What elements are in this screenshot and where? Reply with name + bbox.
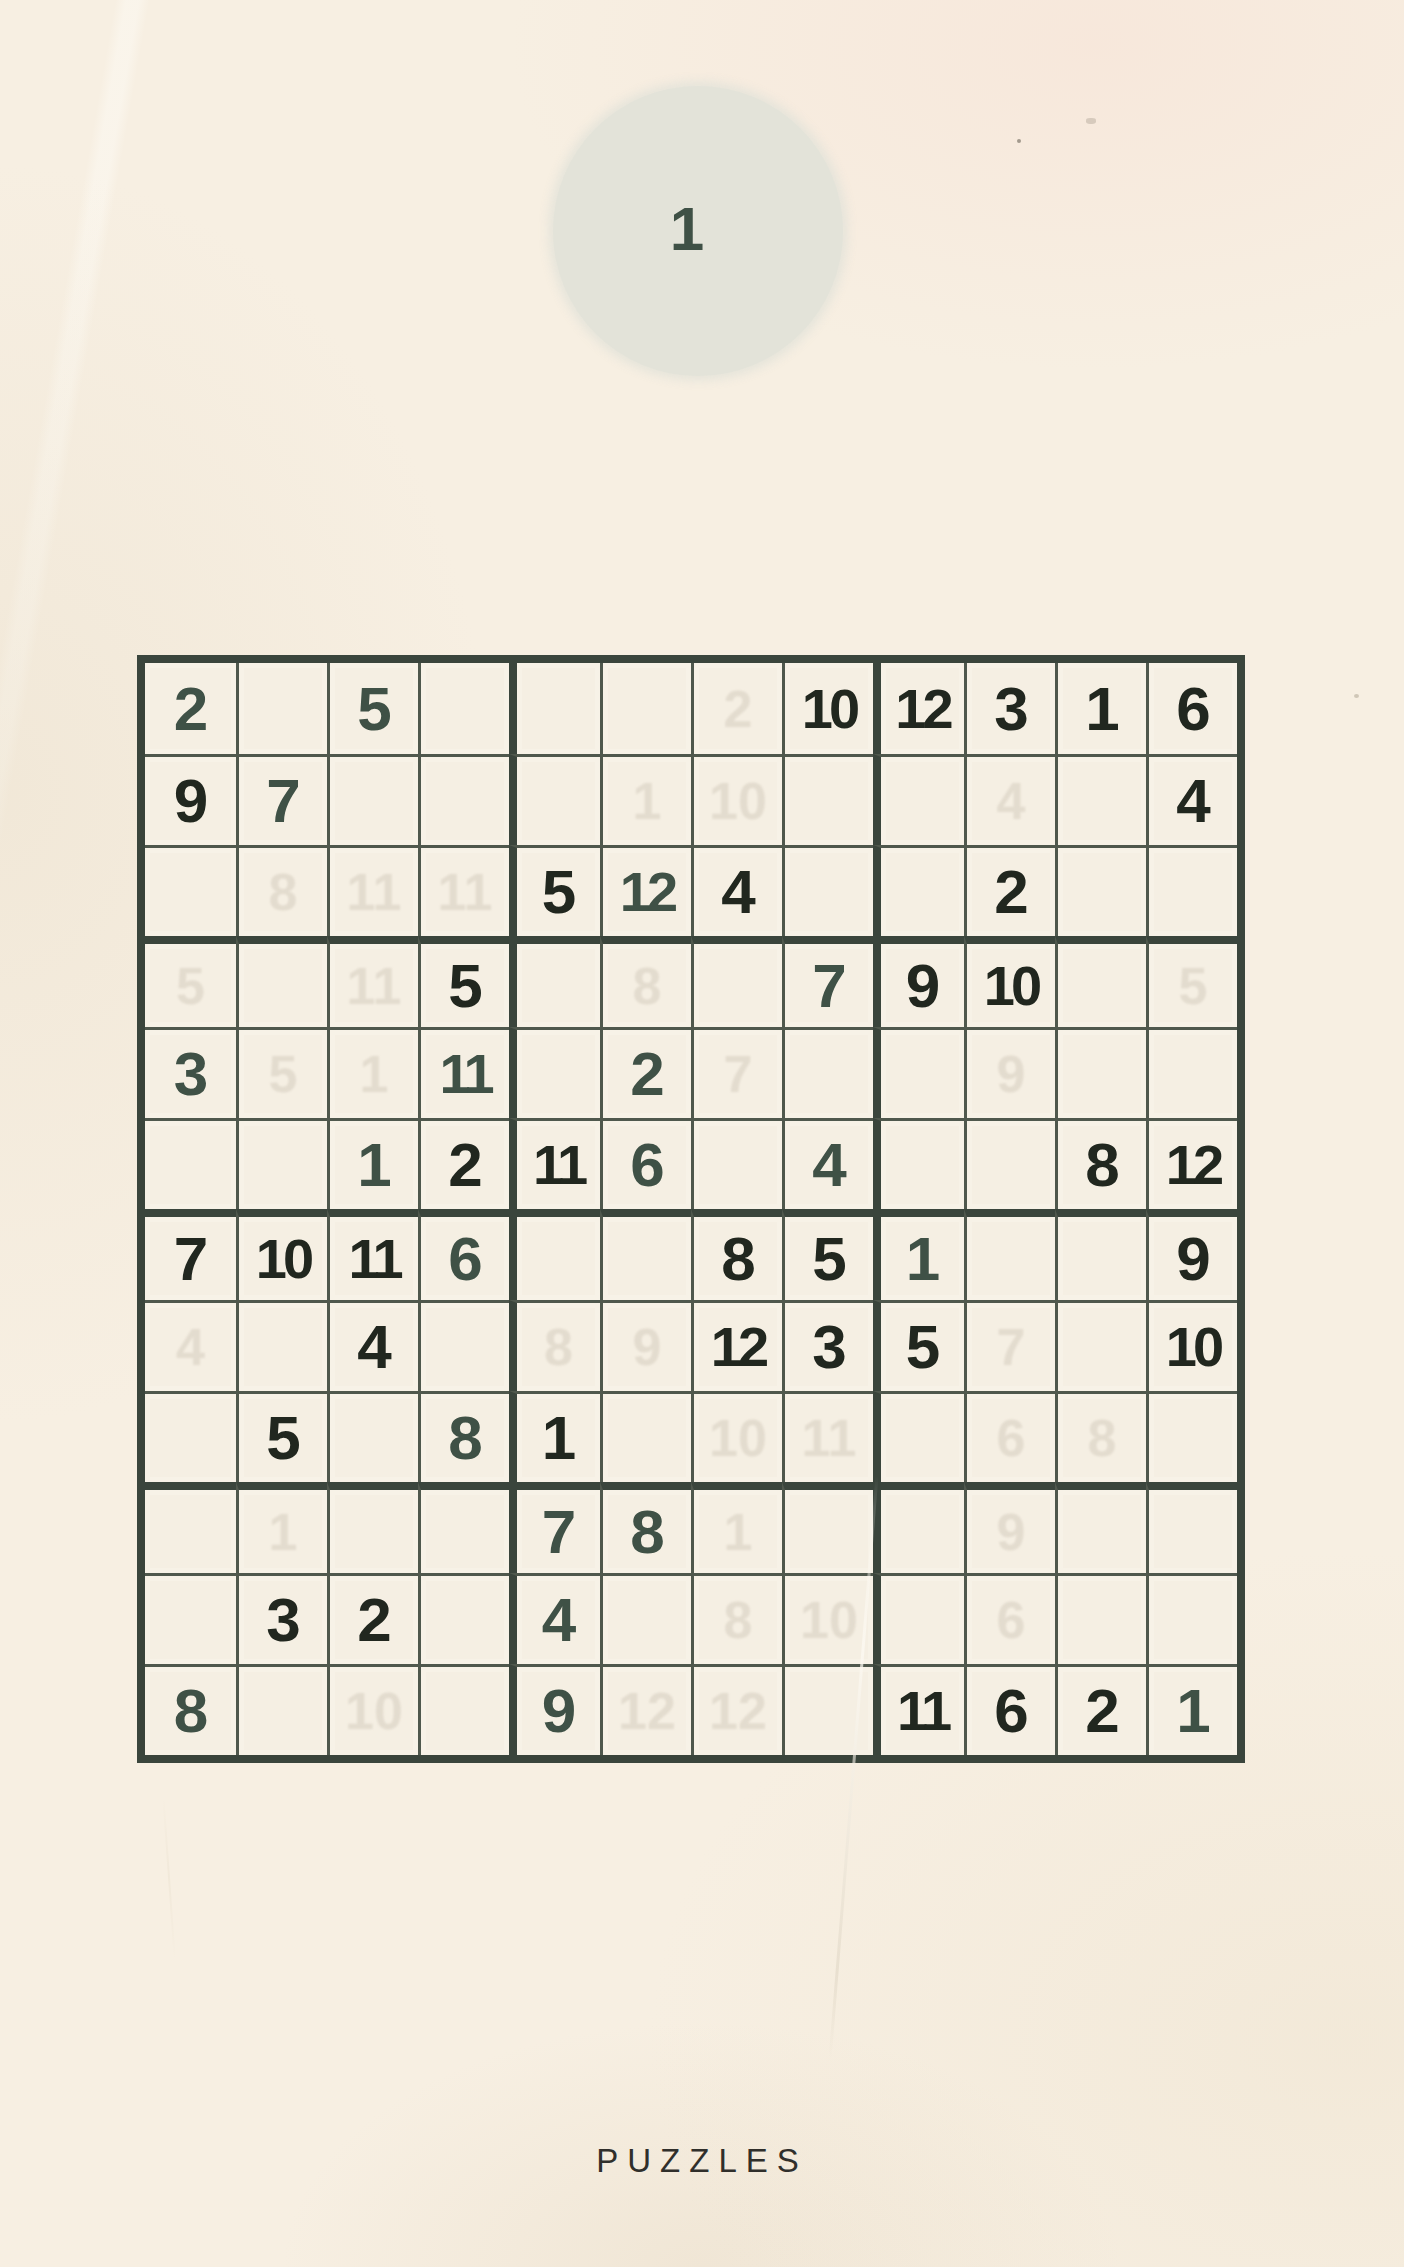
grid-cell[interactable]: 8 bbox=[236, 845, 327, 936]
given-digit: 10 bbox=[1166, 1319, 1220, 1375]
grid-cell[interactable]: 7 bbox=[145, 1209, 236, 1300]
grid-cell[interactable] bbox=[145, 1391, 236, 1482]
bleedthrough-mark: 1 bbox=[239, 1490, 327, 1573]
grid-cell[interactable]: 8 bbox=[691, 1209, 782, 1300]
grid-cell[interactable] bbox=[782, 1482, 873, 1573]
given-digit: 9 bbox=[1176, 1228, 1209, 1290]
grid-cell[interactable]: 6 bbox=[964, 1391, 1055, 1482]
given-digit: 2 bbox=[357, 1589, 390, 1651]
grid-cell[interactable] bbox=[327, 1482, 418, 1573]
bleedthrough-mark: 9 bbox=[967, 1490, 1055, 1573]
grid-cell[interactable]: 5 bbox=[1146, 936, 1237, 1027]
grid-cell[interactable]: 7 bbox=[782, 936, 873, 1027]
bleedthrough-mark: 8 bbox=[239, 848, 327, 936]
grid-cell[interactable] bbox=[145, 1573, 236, 1664]
given-digit: 1 bbox=[906, 1228, 939, 1290]
puzzle-number: 1 bbox=[670, 198, 704, 260]
bleedthrough-mark: 4 bbox=[967, 757, 1055, 845]
grid-cell[interactable]: 8 bbox=[691, 1573, 782, 1664]
given-digit: 1 bbox=[542, 1407, 575, 1469]
bleedthrough-mark: 1 bbox=[330, 1030, 418, 1118]
bleedthrough-mark: 6 bbox=[967, 1576, 1055, 1664]
grid-cell[interactable]: 9 bbox=[964, 1482, 1055, 1573]
grid-cell[interactable]: 6 bbox=[418, 1209, 509, 1300]
grid-cell[interactable] bbox=[873, 754, 964, 845]
grid-cell[interactable]: 5 bbox=[327, 663, 418, 754]
bleedthrough-mark: 9 bbox=[603, 1303, 691, 1391]
grid-cell[interactable]: 9 bbox=[964, 1027, 1055, 1118]
grid-cell[interactable]: 1 bbox=[236, 1482, 327, 1573]
grid-cell[interactable]: 9 bbox=[145, 754, 236, 845]
bleedthrough-mark: 5 bbox=[145, 944, 236, 1027]
bleedthrough-mark: 6 bbox=[967, 1394, 1055, 1482]
given-digit: 9 bbox=[906, 955, 939, 1017]
grid-cell[interactable] bbox=[1146, 1573, 1237, 1664]
grid-cell[interactable]: 7 bbox=[691, 1027, 782, 1118]
paper-speck bbox=[1017, 139, 1021, 143]
grid-cell[interactable] bbox=[873, 845, 964, 936]
grid-cell[interactable]: 4 bbox=[327, 1300, 418, 1391]
given-digit: 11 bbox=[439, 1046, 490, 1102]
grid-cell[interactable] bbox=[1055, 754, 1146, 845]
given-digit: 7 bbox=[812, 955, 845, 1017]
grid-cell[interactable]: 7 bbox=[509, 1482, 600, 1573]
bleedthrough-mark: 8 bbox=[1058, 1394, 1146, 1482]
bleedthrough-mark: 11 bbox=[330, 944, 418, 1027]
grid-cell[interactable]: 4 bbox=[964, 754, 1055, 845]
bleedthrough-mark: 10 bbox=[694, 1394, 782, 1482]
grid-cell[interactable] bbox=[600, 663, 691, 754]
given-digit: 7 bbox=[266, 770, 299, 832]
given-digit: 2 bbox=[174, 678, 207, 740]
grid-cell[interactable]: 11 bbox=[873, 1664, 964, 1755]
given-digit: 7 bbox=[542, 1501, 575, 1563]
grid-cell[interactable] bbox=[1055, 1482, 1146, 1573]
grid-cell[interactable]: 9 bbox=[509, 1664, 600, 1755]
grid-cell[interactable]: 11 bbox=[327, 1209, 418, 1300]
bleedthrough-mark: 1 bbox=[603, 757, 691, 845]
bleedthrough-mark: 5 bbox=[1149, 944, 1237, 1027]
bleedthrough-mark: 8 bbox=[694, 1576, 782, 1664]
grid-cell[interactable]: 5 bbox=[236, 1391, 327, 1482]
grid-cell[interactable] bbox=[1146, 1027, 1237, 1118]
grid-cell[interactable] bbox=[509, 1209, 600, 1300]
given-digit: 4 bbox=[812, 1134, 845, 1196]
given-digit: 10 bbox=[256, 1231, 310, 1287]
grid-cell[interactable] bbox=[145, 1482, 236, 1573]
grid-cell[interactable] bbox=[1055, 845, 1146, 936]
paper-speck bbox=[1354, 694, 1359, 698]
bleedthrough-mark: 7 bbox=[694, 1030, 782, 1118]
grid-cell[interactable]: 4 bbox=[691, 845, 782, 936]
given-digit: 6 bbox=[630, 1134, 663, 1196]
grid-cell[interactable] bbox=[600, 1209, 691, 1300]
given-digit: 8 bbox=[630, 1501, 663, 1563]
grid-cell[interactable] bbox=[1055, 1573, 1146, 1664]
grid-cell[interactable]: 10 bbox=[691, 1391, 782, 1482]
given-digit: 11 bbox=[348, 1231, 399, 1287]
given-digit: 8 bbox=[174, 1680, 207, 1742]
given-digit: 1 bbox=[357, 1134, 390, 1196]
grid-cell[interactable]: 8 bbox=[600, 936, 691, 1027]
grid-cell[interactable]: 9 bbox=[873, 936, 964, 1027]
grid-cell[interactable]: 12 bbox=[873, 663, 964, 754]
grid-cell[interactable] bbox=[1055, 1027, 1146, 1118]
grid-cell[interactable]: 2 bbox=[418, 1118, 509, 1209]
given-digit: 10 bbox=[802, 681, 856, 737]
grid-cell[interactable]: 7 bbox=[964, 1300, 1055, 1391]
bleedthrough-mark: 1 bbox=[694, 1490, 782, 1573]
bleedthrough-mark: 12 bbox=[694, 1667, 782, 1755]
given-digit: 1 bbox=[1176, 1680, 1209, 1742]
grid-cell[interactable]: 9 bbox=[1146, 1209, 1237, 1300]
grid-cell[interactable] bbox=[964, 1118, 1055, 1209]
grid-cell[interactable]: 10 bbox=[1146, 1300, 1237, 1391]
bleedthrough-mark: 11 bbox=[785, 1394, 873, 1482]
sudoku-grid: 2521012316971104481111512425115879105351… bbox=[137, 655, 1245, 1763]
given-digit: 5 bbox=[906, 1316, 939, 1378]
grid-cell[interactable]: 12 bbox=[1146, 1118, 1237, 1209]
grid-cell[interactable]: 8 bbox=[145, 1664, 236, 1755]
bleedthrough-mark: 8 bbox=[517, 1303, 600, 1391]
grid-cell[interactable] bbox=[327, 754, 418, 845]
grid-cell[interactable] bbox=[418, 663, 509, 754]
grid-cell[interactable]: 9 bbox=[600, 1300, 691, 1391]
given-digit: 12 bbox=[895, 681, 949, 737]
grid-cell[interactable]: 5 bbox=[236, 1027, 327, 1118]
grid-cell[interactable]: 1 bbox=[327, 1027, 418, 1118]
grid-cell[interactable]: 3 bbox=[782, 1300, 873, 1391]
given-digit: 6 bbox=[1176, 678, 1209, 740]
bleedthrough-mark: 12 bbox=[603, 1667, 691, 1755]
grid-cell[interactable] bbox=[418, 1573, 509, 1664]
grid-cell[interactable] bbox=[327, 1391, 418, 1482]
grid-cell[interactable]: 3 bbox=[145, 1027, 236, 1118]
grid-cell[interactable]: 1 bbox=[691, 1482, 782, 1573]
book-page: 1 25210123169711044811115124251158791053… bbox=[0, 0, 1404, 2267]
given-digit: 6 bbox=[994, 1680, 1027, 1742]
grid-cell[interactable]: 1 bbox=[509, 1391, 600, 1482]
grid-cell[interactable]: 2 bbox=[600, 1027, 691, 1118]
given-digit: 5 bbox=[542, 861, 575, 923]
grid-cell[interactable] bbox=[782, 754, 873, 845]
grid-cell[interactable] bbox=[873, 1573, 964, 1664]
bleedthrough-mark: 11 bbox=[330, 848, 418, 936]
grid-cell[interactable]: 1 bbox=[1055, 663, 1146, 754]
grid-cell[interactable]: 11 bbox=[509, 1118, 600, 1209]
grid-cell[interactable]: 8 bbox=[600, 1482, 691, 1573]
grid-cell[interactable] bbox=[782, 845, 873, 936]
grid-cell[interactable] bbox=[873, 1027, 964, 1118]
grid-cell[interactable]: 6 bbox=[1146, 663, 1237, 754]
given-digit: 4 bbox=[721, 861, 754, 923]
grid-cell[interactable]: 8 bbox=[418, 1391, 509, 1482]
bleedthrough-mark: 9 bbox=[967, 1030, 1055, 1118]
grid-cell[interactable]: 4 bbox=[782, 1118, 873, 1209]
given-digit: 1 bbox=[1085, 678, 1118, 740]
grid-cell[interactable] bbox=[782, 1027, 873, 1118]
bleedthrough-mark: 4 bbox=[145, 1303, 236, 1391]
grid-cell[interactable]: 5 bbox=[145, 936, 236, 1027]
grid-cell[interactable]: 12 bbox=[691, 1300, 782, 1391]
grid-cell[interactable] bbox=[145, 845, 236, 936]
given-digit: 8 bbox=[721, 1228, 754, 1290]
grid-cell[interactable]: 8 bbox=[509, 1300, 600, 1391]
grid-cell[interactable] bbox=[145, 1118, 236, 1209]
given-digit: 7 bbox=[174, 1228, 207, 1290]
given-digit: 12 bbox=[1166, 1137, 1220, 1193]
grid-cell[interactable]: 6 bbox=[600, 1118, 691, 1209]
grid-cell[interactable]: 3 bbox=[964, 663, 1055, 754]
bleedthrough-mark: 11 bbox=[421, 848, 509, 936]
grid-cell[interactable] bbox=[964, 1209, 1055, 1300]
given-digit: 4 bbox=[542, 1589, 575, 1651]
grid-cell[interactable]: 2 bbox=[327, 1573, 418, 1664]
grid-cell[interactable]: 10 bbox=[236, 1209, 327, 1300]
paper-speck bbox=[1086, 118, 1096, 124]
given-digit: 5 bbox=[357, 678, 390, 740]
grid-cell[interactable]: 11 bbox=[327, 936, 418, 1027]
bleedthrough-mark: 10 bbox=[330, 1667, 418, 1755]
grid-cell[interactable]: 4 bbox=[509, 1573, 600, 1664]
grid-cell[interactable] bbox=[1055, 1300, 1146, 1391]
grid-cell[interactable] bbox=[509, 754, 600, 845]
grid-cell[interactable]: 1 bbox=[327, 1118, 418, 1209]
grid-cell[interactable] bbox=[418, 1300, 509, 1391]
grid-cell[interactable] bbox=[418, 1664, 509, 1755]
grid-cell[interactable]: 2 bbox=[145, 663, 236, 754]
grid-cell[interactable]: 11 bbox=[782, 1391, 873, 1482]
grid-cell[interactable]: 5 bbox=[782, 1209, 873, 1300]
given-digit: 5 bbox=[812, 1228, 845, 1290]
grid-cell[interactable] bbox=[236, 1664, 327, 1755]
given-digit: 9 bbox=[174, 770, 207, 832]
grid-cell[interactable] bbox=[1146, 845, 1237, 936]
puzzle-number-badge: 1 bbox=[553, 86, 843, 376]
grid-cell[interactable] bbox=[1055, 1209, 1146, 1300]
given-digit: 12 bbox=[711, 1319, 765, 1375]
grid-cell[interactable] bbox=[418, 754, 509, 845]
footer-label: PUZZLES bbox=[0, 2142, 1404, 2180]
grid-cell[interactable]: 11 bbox=[327, 845, 418, 936]
given-digit: 9 bbox=[542, 1680, 575, 1742]
grid-cell[interactable]: 5 bbox=[509, 845, 600, 936]
grid-cell[interactable] bbox=[1055, 936, 1146, 1027]
given-digit: 3 bbox=[994, 678, 1027, 740]
grid-cell[interactable] bbox=[418, 1482, 509, 1573]
grid-cell[interactable]: 12 bbox=[600, 1664, 691, 1755]
grid-cell[interactable] bbox=[509, 663, 600, 754]
given-digit: 8 bbox=[1085, 1134, 1118, 1196]
grid-cell[interactable]: 10 bbox=[782, 663, 873, 754]
grid-cell[interactable]: 4 bbox=[1146, 754, 1237, 845]
given-digit: 3 bbox=[812, 1316, 845, 1378]
grid-cell[interactable] bbox=[600, 1573, 691, 1664]
grid-cell[interactable] bbox=[691, 1118, 782, 1209]
grid-cell[interactable]: 10 bbox=[327, 1664, 418, 1755]
grid-cell[interactable]: 2 bbox=[691, 663, 782, 754]
grid-cell[interactable]: 10 bbox=[782, 1573, 873, 1664]
given-digit: 8 bbox=[448, 1407, 481, 1469]
given-digit: 3 bbox=[174, 1043, 207, 1105]
given-digit: 6 bbox=[448, 1228, 481, 1290]
grid-cell[interactable]: 3 bbox=[236, 1573, 327, 1664]
grid-cell[interactable]: 10 bbox=[691, 754, 782, 845]
grid-cell[interactable] bbox=[873, 1391, 964, 1482]
given-digit: 2 bbox=[630, 1043, 663, 1105]
grid-cell[interactable]: 1 bbox=[1146, 1664, 1237, 1755]
grid-cell[interactable]: 10 bbox=[964, 936, 1055, 1027]
given-digit: 2 bbox=[994, 861, 1027, 923]
grid-cell[interactable]: 1 bbox=[600, 754, 691, 845]
grid-cell[interactable] bbox=[509, 1027, 600, 1118]
bleedthrough-mark: 8 bbox=[603, 944, 691, 1027]
grid-cell[interactable] bbox=[236, 1300, 327, 1391]
grid-cell[interactable]: 12 bbox=[600, 845, 691, 936]
given-digit: 5 bbox=[266, 1407, 299, 1469]
paper-crease bbox=[162, 1795, 176, 1960]
grid-cell[interactable] bbox=[236, 663, 327, 754]
given-digit: 2 bbox=[1085, 1680, 1118, 1742]
grid-cell[interactable]: 11 bbox=[418, 845, 509, 936]
bleedthrough-mark: 7 bbox=[967, 1303, 1055, 1391]
given-digit: 12 bbox=[620, 864, 674, 920]
grid-cell[interactable] bbox=[236, 936, 327, 1027]
bleedthrough-mark: 10 bbox=[694, 757, 782, 845]
given-digit: 5 bbox=[448, 955, 481, 1017]
given-digit: 4 bbox=[1176, 770, 1209, 832]
grid-cell[interactable] bbox=[1146, 1391, 1237, 1482]
grid-cell[interactable]: 1 bbox=[873, 1209, 964, 1300]
grid-cell[interactable]: 8 bbox=[1055, 1118, 1146, 1209]
given-digit: 2 bbox=[448, 1134, 481, 1196]
bleedthrough-mark: 2 bbox=[694, 663, 782, 754]
grid-cell[interactable]: 11 bbox=[418, 1027, 509, 1118]
grid-cell[interactable]: 12 bbox=[691, 1664, 782, 1755]
grid-cell[interactable]: 2 bbox=[964, 845, 1055, 936]
given-digit: 11 bbox=[533, 1137, 584, 1193]
grid-cell[interactable] bbox=[873, 1482, 964, 1573]
grid-cell[interactable]: 5 bbox=[873, 1300, 964, 1391]
grid-cell[interactable] bbox=[236, 1118, 327, 1209]
bleedthrough-mark: 10 bbox=[785, 1576, 873, 1664]
given-digit: 10 bbox=[984, 958, 1038, 1014]
grid-cell[interactable]: 7 bbox=[236, 754, 327, 845]
grid-cell[interactable]: 4 bbox=[145, 1300, 236, 1391]
grid-cell[interactable]: 6 bbox=[964, 1573, 1055, 1664]
grid-cell[interactable] bbox=[691, 936, 782, 1027]
grid-cell[interactable] bbox=[873, 1118, 964, 1209]
grid-cell[interactable]: 5 bbox=[418, 936, 509, 1027]
grid-cell[interactable]: 2 bbox=[1055, 1664, 1146, 1755]
grid-cell[interactable] bbox=[509, 936, 600, 1027]
grid-cell[interactable]: 8 bbox=[1055, 1391, 1146, 1482]
given-digit: 4 bbox=[357, 1316, 390, 1378]
bleedthrough-mark: 5 bbox=[239, 1030, 327, 1118]
given-digit: 3 bbox=[266, 1589, 299, 1651]
grid-cell[interactable] bbox=[600, 1391, 691, 1482]
given-digit: 11 bbox=[897, 1683, 948, 1739]
grid-cell[interactable] bbox=[1146, 1482, 1237, 1573]
grid-cell[interactable]: 6 bbox=[964, 1664, 1055, 1755]
